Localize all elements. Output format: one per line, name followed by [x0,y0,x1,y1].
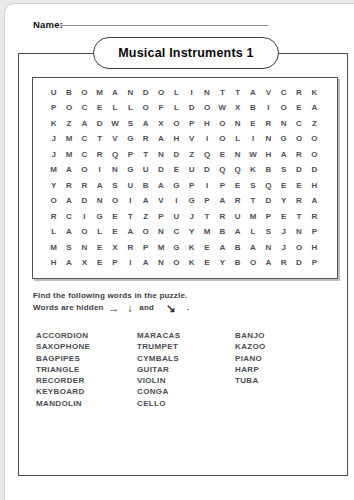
cell-r11c16[interactable]: J [276,240,291,256]
cell-r11c13[interactable]: B [230,240,245,256]
cell-r6c15[interactable]: B [261,163,276,179]
cell-r4c9[interactable]: H [169,132,184,148]
cell-r5c16[interactable]: A [276,147,291,163]
cell-r11c10[interactable]: K [184,240,199,256]
cell-r2c1[interactable]: P [46,101,61,117]
cell-r6c17[interactable]: D [291,163,306,179]
cell-r9c8[interactable]: P [153,209,168,225]
cell-r12c16[interactable]: R [276,256,291,272]
instructions-line1: Find the following words in the puzzle. [33,290,189,301]
word-item: HARP [235,364,266,375]
cell-r9c11[interactable]: T [199,209,214,225]
cell-r2c11[interactable]: O [199,101,214,117]
cell-r9c6[interactable]: T [123,209,138,225]
cell-r8c7[interactable]: A [138,194,153,210]
cell-r2c18[interactable]: A [307,101,322,117]
cell-r7c1[interactable]: Y [46,178,61,194]
cell-r9c4[interactable]: G [92,209,107,225]
cell-r10c4[interactable]: L [92,225,107,241]
cell-r7c5[interactable]: S [107,178,122,194]
cell-r5c7[interactable]: T [138,147,153,163]
arrow-right-icon: → [108,303,120,313]
cell-r3c17[interactable]: C [291,116,306,132]
cell-r6c18[interactable]: D [307,163,322,179]
cell-r11c2[interactable]: S [61,240,76,256]
cell-r8c16[interactable]: Y [276,194,291,210]
cell-r1c7[interactable]: D [138,85,153,101]
page-title: Musical Instruments 1 [118,46,254,60]
cell-r10c7[interactable]: O [138,225,153,241]
cell-r11c17[interactable]: O [291,240,306,256]
cell-r11c3[interactable]: N [77,240,92,256]
cell-r2c5[interactable]: L [107,101,122,117]
cell-r2c3[interactable]: C [77,101,92,117]
instructions-conjunction: and [139,302,154,313]
cell-r5c6[interactable]: P [123,147,138,163]
cell-r9c3[interactable]: I [77,209,92,225]
cell-r3c10[interactable]: P [184,116,199,132]
cell-r4c8[interactable]: A [153,132,168,148]
cell-r10c14[interactable]: L [245,225,260,241]
cell-r10c13[interactable]: A [230,225,245,241]
cell-r3c15[interactable]: R [261,116,276,132]
cell-r2c9[interactable]: L [169,101,184,117]
instructions-line2-prefix: Words are hidden [33,302,104,313]
word-item: MARACAS [137,330,180,341]
title-capsule: Musical Instruments 1 [93,37,279,69]
cell-r2c15[interactable]: I [261,101,276,117]
cell-r3c6[interactable]: S [123,116,138,132]
cell-r3c16[interactable]: N [276,116,291,132]
cell-r12c5[interactable]: P [107,256,122,272]
cell-r12c9[interactable]: O [169,256,184,272]
cell-r5c15[interactable]: H [261,147,276,163]
cell-r12c2[interactable]: A [61,256,76,272]
cell-r1c12[interactable]: T [215,85,230,101]
cell-r6c16[interactable]: S [276,163,291,179]
cell-r7c15[interactable]: Q [261,178,276,194]
cell-r4c18[interactable]: O [307,132,322,148]
cell-r6c1[interactable]: M [46,163,61,179]
word-item: CELLO [137,398,180,409]
cell-r8c1[interactable]: O [46,194,61,210]
cell-r1c16[interactable]: C [276,85,291,101]
word-item: CYMBALS [137,353,180,364]
cell-r10c8[interactable]: N [153,225,168,241]
cell-r3c14[interactable]: E [245,116,260,132]
cell-r9c9[interactable]: U [169,209,184,225]
cell-r4c11[interactable]: I [199,132,214,148]
cell-r12c15[interactable]: A [261,256,276,272]
cell-r3c3[interactable]: A [77,116,92,132]
name-blank-line [60,24,268,26]
cell-r9c12[interactable]: R [215,209,230,225]
cell-r9c15[interactable]: P [261,209,276,225]
cell-r4c2[interactable]: M [61,132,76,148]
cell-r2c16[interactable]: O [276,101,291,117]
cell-r1c3[interactable]: O [77,85,92,101]
cell-r10c17[interactable]: N [291,225,306,241]
word-item: RECORDER [36,375,90,386]
cell-r9c16[interactable]: E [276,209,291,225]
cell-r3c7[interactable]: A [138,116,153,132]
arrow-diagonal-icon: ↘ [166,303,176,313]
cell-r11c8[interactable]: M [153,240,168,256]
cell-r6c10[interactable]: U [184,163,199,179]
cell-r11c15[interactable]: N [261,240,276,256]
cell-r3c12[interactable]: O [215,116,230,132]
cell-r9c7[interactable]: Z [138,209,153,225]
cell-r8c3[interactable]: D [77,194,92,210]
cell-r4c7[interactable]: R [138,132,153,148]
cell-r11c1[interactable]: M [46,240,61,256]
cell-r3c2[interactable]: Z [61,116,76,132]
cell-r2c7[interactable]: O [138,101,153,117]
cell-r12c12[interactable]: Y [215,256,230,272]
cell-r6c8[interactable]: D [153,163,168,179]
cell-r4c1[interactable]: J [46,132,61,148]
cell-r12c7[interactable]: A [138,256,153,272]
cell-r10c10[interactable]: Y [184,225,199,241]
cell-r12c18[interactable]: P [307,256,322,272]
cell-r8c13[interactable]: R [230,194,245,210]
word-list-column-2: MARACASTRUMPETCYMBALSGUITARVIOLINCONGACE… [137,330,180,409]
word-item: TRUMPET [137,341,180,352]
cell-r12c13[interactable]: B [230,256,245,272]
arrow-down-icon: ↓ [127,303,133,313]
cell-r1c10[interactable]: I [184,85,199,101]
cell-r4c6[interactable]: G [123,132,138,148]
cell-r8c8[interactable]: V [153,194,168,210]
cell-r7c10[interactable]: P [184,178,199,194]
cell-r11c9[interactable]: G [169,240,184,256]
cell-r10c11[interactable]: M [199,225,214,241]
cell-r4c14[interactable]: I [245,132,260,148]
cell-r5c10[interactable]: Z [184,147,199,163]
instructions-period: . [187,302,189,313]
cell-r11c12[interactable]: A [215,240,230,256]
cell-r9c17[interactable]: T [291,209,306,225]
cell-r8c5[interactable]: O [107,194,122,210]
cell-r1c8[interactable]: O [153,85,168,101]
cell-r4c5[interactable]: V [107,132,122,148]
cell-r6c2[interactable]: A [61,163,76,179]
cell-r6c14[interactable]: K [245,163,260,179]
word-item: KAZOO [235,341,266,352]
cell-r6c11[interactable]: D [199,163,214,179]
cell-r3c4[interactable]: D [92,116,107,132]
cell-r2c12[interactable]: W [215,101,230,117]
cell-r8c17[interactable]: R [291,194,306,210]
cell-r8c10[interactable]: G [184,194,199,210]
cell-r9c18[interactable]: R [307,209,322,225]
cell-r5c13[interactable]: N [230,147,245,163]
cell-r5c14[interactable]: W [245,147,260,163]
name-label: Name: [33,19,63,30]
word-item: TRIANGLE [36,364,90,375]
cell-r2c4[interactable]: E [92,101,107,117]
cell-r8c11[interactable]: P [199,194,214,210]
cell-r3c5[interactable]: W [107,116,122,132]
cell-r5c17[interactable]: R [291,147,306,163]
cell-r9c1[interactable]: R [46,209,61,225]
cell-r8c12[interactable]: A [215,194,230,210]
cell-r11c6[interactable]: R [123,240,138,256]
cell-r7c4[interactable]: A [92,178,107,194]
cell-r2c10[interactable]: D [184,101,199,117]
cell-r7c3[interactable]: R [77,178,92,194]
cell-r7c18[interactable]: H [307,178,322,194]
cell-r11c4[interactable]: E [92,240,107,256]
cell-r9c14[interactable]: M [245,209,260,225]
instructions: Find the following words in the puzzle. … [33,290,189,314]
word-item: KEYBOARD [36,386,90,397]
cell-r3c18[interactable]: Z [307,116,322,132]
cell-r5c18[interactable]: O [307,147,322,163]
cell-r11c18[interactable]: H [307,240,322,256]
word-item: BAGPIPES [36,353,90,364]
word-item: GUITAR [137,364,180,375]
name-row: Name: [33,14,63,32]
cell-r6c3[interactable]: O [77,163,92,179]
cell-r10c5[interactable]: E [107,225,122,241]
word-list-column-3: BANJOKAZOOPIANOHARPTUBA [235,330,266,386]
cell-r8c6[interactable]: I [123,194,138,210]
cell-r5c2[interactable]: M [61,147,76,163]
word-item: TUBA [235,375,266,386]
cell-r7c2[interactable]: R [61,178,76,194]
cell-r8c15[interactable]: D [261,194,276,210]
cell-r12c1[interactable]: H [46,256,61,272]
cell-r3c8[interactable]: X [153,116,168,132]
cell-r10c2[interactable]: A [61,225,76,241]
cell-r1c1[interactable]: U [46,85,61,101]
cell-r4c13[interactable]: L [230,132,245,148]
cell-r7c17[interactable]: E [291,178,306,194]
cell-r9c10[interactable]: J [184,209,199,225]
letter-grid: UBOMANDOLINTTAVCRKPOCELLOFLDOWXBIOEAKZAD… [32,77,338,279]
cell-r9c2[interactable]: C [61,209,76,225]
cell-r3c11[interactable]: H [199,116,214,132]
cell-r4c15[interactable]: N [261,132,276,148]
cell-r5c5[interactable]: Q [107,147,122,163]
cell-r2c2[interactable]: O [61,101,76,117]
cell-r1c6[interactable]: N [123,85,138,101]
cell-r6c5[interactable]: N [107,163,122,179]
cell-r8c4[interactable]: N [92,194,107,210]
cell-r9c13[interactable]: U [230,209,245,225]
cell-r6c7[interactable]: U [138,163,153,179]
cell-r12c3[interactable]: X [77,256,92,272]
cell-r4c16[interactable]: G [276,132,291,148]
cell-r5c12[interactable]: E [215,147,230,163]
cell-r6c13[interactable]: Q [230,163,245,179]
cell-r5c3[interactable]: C [77,147,92,163]
cell-r12c14[interactable]: O [245,256,260,272]
cell-r7c16[interactable]: E [276,178,291,194]
cell-r3c13[interactable]: N [230,116,245,132]
cell-r10c15[interactable]: S [261,225,276,241]
cell-r4c12[interactable]: O [215,132,230,148]
word-item: ACCORDION [36,330,90,341]
cell-r6c9[interactable]: E [169,163,184,179]
cell-r12c8[interactable]: N [153,256,168,272]
cell-r2c8[interactable]: F [153,101,168,117]
word-item: CONGA [137,386,180,397]
cell-r12c4[interactable]: E [92,256,107,272]
cell-r7c13[interactable]: E [230,178,245,194]
cell-r1c13[interactable]: T [230,85,245,101]
cell-r12c10[interactable]: K [184,256,199,272]
cell-r4c10[interactable]: V [184,132,199,148]
cell-r12c17[interactable]: D [291,256,306,272]
cell-r1c4[interactable]: M [92,85,107,101]
cell-r4c3[interactable]: C [77,132,92,148]
word-item: SAXOPHONE [36,341,90,352]
cell-r10c6[interactable]: A [123,225,138,241]
cell-r7c8[interactable]: A [153,178,168,194]
cell-r2c13[interactable]: X [230,101,245,117]
cell-r5c9[interactable]: D [169,147,184,163]
word-item: MANDOLIN [36,398,90,409]
cell-r10c18[interactable]: P [307,225,322,241]
word-list-column-1: ACCORDIONSAXOPHONEBAGPIPESTRIANGLERECORD… [36,330,90,409]
cell-r6c12[interactable]: Q [215,163,230,179]
cell-r12c6[interactable]: I [123,256,138,272]
worksheet-page: Name: Musical Instruments 1 UBOMANDOLINT… [4,3,354,500]
cell-r10c12[interactable]: B [215,225,230,241]
cell-r8c9[interactable]: I [169,194,184,210]
cell-r1c9[interactable]: L [169,85,184,101]
word-item: VIOLIN [137,375,180,386]
cell-r11c5[interactable]: X [107,240,122,256]
cell-r10c1[interactable]: L [46,225,61,241]
cell-r1c5[interactable]: A [107,85,122,101]
cell-r4c17[interactable]: O [291,132,306,148]
cell-r5c4[interactable]: R [92,147,107,163]
cell-r2c14[interactable]: B [245,101,260,117]
cell-r6c6[interactable]: G [123,163,138,179]
cell-r5c1[interactable]: J [46,147,61,163]
cell-r1c17[interactable]: R [291,85,306,101]
word-item: BANJO [235,330,266,341]
cell-r2c17[interactable]: E [291,101,306,117]
cell-r5c8[interactable]: N [153,147,168,163]
cell-r10c16[interactable]: J [276,225,291,241]
cell-r6c4[interactable]: I [92,163,107,179]
cell-r7c7[interactable]: B [138,178,153,194]
cell-r1c11[interactable]: N [199,85,214,101]
cell-r4c4[interactable]: T [92,132,107,148]
instructions-line2: Words are hidden → ↓ and ↘ . [33,301,189,314]
cell-r7c11[interactable]: I [199,178,214,194]
word-item: PIANO [235,353,266,364]
cell-r2c6[interactable]: L [123,101,138,117]
cell-r1c15[interactable]: V [261,85,276,101]
cell-r1c18[interactable]: K [307,85,322,101]
cell-r8c18[interactable]: A [307,194,322,210]
cell-r3c1[interactable]: K [46,116,61,132]
cell-r7c6[interactable]: U [123,178,138,194]
cell-r12c11[interactable]: E [199,256,214,272]
cell-r11c14[interactable]: A [245,240,260,256]
cell-r3c9[interactable]: O [169,116,184,132]
cell-r7c14[interactable]: S [245,178,260,194]
cell-r1c14[interactable]: A [245,85,260,101]
cell-r10c9[interactable]: C [169,225,184,241]
cell-r9c5[interactable]: E [107,209,122,225]
cell-r7c12[interactable]: P [215,178,230,194]
cell-r7c9[interactable]: G [169,178,184,194]
cell-r8c2[interactable]: A [61,194,76,210]
cell-r1c2[interactable]: B [61,85,76,101]
cell-r11c11[interactable]: E [199,240,214,256]
cell-r5c11[interactable]: Q [199,147,214,163]
cell-r8c14[interactable]: T [245,194,260,210]
cell-r11c7[interactable]: P [138,240,153,256]
cell-r10c3[interactable]: O [77,225,92,241]
